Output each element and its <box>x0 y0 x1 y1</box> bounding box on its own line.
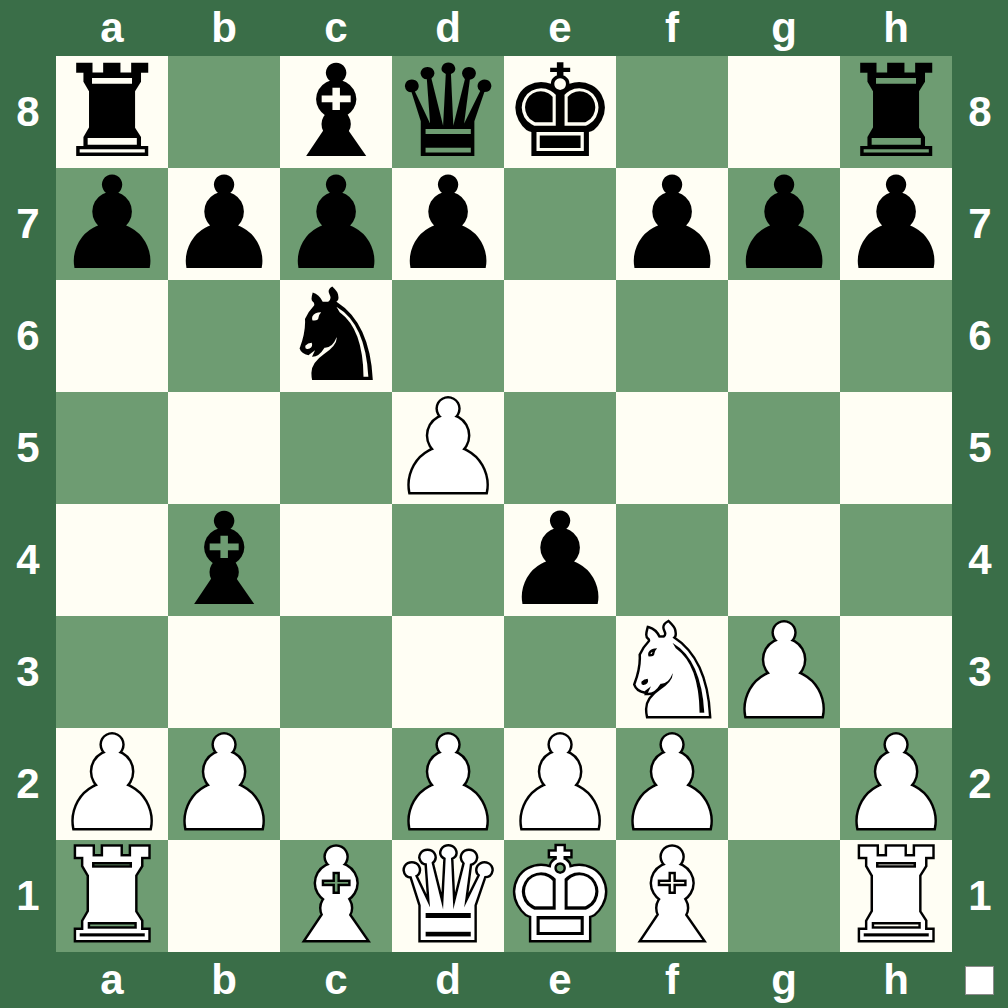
square-c1[interactable]: ♝ <box>280 840 392 952</box>
piece-white-rook[interactable]: ♜ <box>839 840 954 952</box>
square-h6[interactable] <box>840 280 952 392</box>
piece-white-pawn[interactable]: ♟ <box>167 728 282 840</box>
square-h4[interactable] <box>840 504 952 616</box>
piece-white-queen[interactable]: ♛ <box>391 840 506 952</box>
square-c3[interactable] <box>280 616 392 728</box>
piece-black-knight[interactable]: ♞ <box>279 280 394 392</box>
rank-label-right-1: 1 <box>952 840 1008 952</box>
square-d1[interactable]: ♛ <box>392 840 504 952</box>
square-d5[interactable]: ♟ <box>392 392 504 504</box>
square-g2[interactable] <box>728 728 840 840</box>
square-a7[interactable]: ♟ <box>56 168 168 280</box>
piece-white-bishop[interactable]: ♝ <box>279 840 394 952</box>
square-g7[interactable]: ♟ <box>728 168 840 280</box>
rank-label-left-3: 3 <box>0 616 56 728</box>
piece-black-king[interactable]: ♚ <box>503 56 618 168</box>
square-f5[interactable] <box>616 392 728 504</box>
rank-label-left-1: 1 <box>0 840 56 952</box>
square-g6[interactable] <box>728 280 840 392</box>
rank-label-right-5: 5 <box>952 392 1008 504</box>
square-e4[interactable]: ♟ <box>504 504 616 616</box>
piece-black-pawn[interactable]: ♟ <box>503 504 618 616</box>
square-h5[interactable] <box>840 392 952 504</box>
chess-board: ♜♝♛♚♜♟♟♟♟♟♟♟♞♟♝♟♞♟♟♟♟♟♟♟♜♝♛♚♝♜ <box>56 56 952 952</box>
square-h1[interactable]: ♜ <box>840 840 952 952</box>
square-f7[interactable]: ♟ <box>616 168 728 280</box>
square-c4[interactable] <box>280 504 392 616</box>
square-d4[interactable] <box>392 504 504 616</box>
chess-board-diagram: abcdefgh 87654321 ♜♝♛♚♜♟♟♟♟♟♟♟♞♟♝♟♞♟♟♟♟♟… <box>0 0 1008 1008</box>
piece-black-pawn[interactable]: ♟ <box>727 168 842 280</box>
square-b7[interactable]: ♟ <box>168 168 280 280</box>
square-e8[interactable]: ♚ <box>504 56 616 168</box>
rank-label-right-7: 7 <box>952 168 1008 280</box>
square-b4[interactable]: ♝ <box>168 504 280 616</box>
rank-label-left-5: 5 <box>0 392 56 504</box>
file-label-top-b: b <box>168 0 280 56</box>
rank-label-left-4: 4 <box>0 504 56 616</box>
square-a4[interactable] <box>56 504 168 616</box>
square-d7[interactable]: ♟ <box>392 168 504 280</box>
square-c6[interactable]: ♞ <box>280 280 392 392</box>
piece-black-pawn[interactable]: ♟ <box>167 168 282 280</box>
piece-white-rook[interactable]: ♜ <box>55 840 170 952</box>
square-e7[interactable] <box>504 168 616 280</box>
piece-black-pawn[interactable]: ♟ <box>615 168 730 280</box>
square-b1[interactable] <box>168 840 280 952</box>
file-label-top-f: f <box>616 0 728 56</box>
square-b6[interactable] <box>168 280 280 392</box>
square-e6[interactable] <box>504 280 616 392</box>
file-label-bottom-b: b <box>168 952 280 1008</box>
piece-black-pawn[interactable]: ♟ <box>55 168 170 280</box>
rank-label-left-8: 8 <box>0 56 56 168</box>
piece-black-bishop[interactable]: ♝ <box>167 504 282 616</box>
file-label-top-g: g <box>728 0 840 56</box>
piece-white-pawn[interactable]: ♟ <box>391 392 506 504</box>
square-a5[interactable] <box>56 392 168 504</box>
piece-black-pawn[interactable]: ♟ <box>839 168 954 280</box>
square-f1[interactable]: ♝ <box>616 840 728 952</box>
square-f6[interactable] <box>616 280 728 392</box>
square-a6[interactable] <box>56 280 168 392</box>
square-e1[interactable]: ♚ <box>504 840 616 952</box>
rank-label-right-3: 3 <box>952 616 1008 728</box>
square-g3[interactable]: ♟ <box>728 616 840 728</box>
rank-label-right-4: 4 <box>952 504 1008 616</box>
rank-label-left-2: 2 <box>0 728 56 840</box>
piece-black-pawn[interactable]: ♟ <box>391 168 506 280</box>
rank-label-right-2: 2 <box>952 728 1008 840</box>
piece-white-king[interactable]: ♚ <box>503 840 618 952</box>
file-label-bottom-g: g <box>728 952 840 1008</box>
rank-labels-left: 87654321 <box>0 56 56 952</box>
square-b2[interactable]: ♟ <box>168 728 280 840</box>
square-g1[interactable] <box>728 840 840 952</box>
rank-label-left-7: 7 <box>0 168 56 280</box>
square-a1[interactable]: ♜ <box>56 840 168 952</box>
side-to-move-indicator <box>965 966 994 995</box>
square-g5[interactable] <box>728 392 840 504</box>
square-h7[interactable]: ♟ <box>840 168 952 280</box>
piece-white-bishop[interactable]: ♝ <box>615 840 730 952</box>
rank-label-right-8: 8 <box>952 56 1008 168</box>
piece-white-pawn[interactable]: ♟ <box>727 616 842 728</box>
square-c5[interactable] <box>280 392 392 504</box>
rank-label-left-6: 6 <box>0 280 56 392</box>
rank-label-right-6: 6 <box>952 280 1008 392</box>
rank-labels-right: 87654321 <box>952 56 1008 952</box>
